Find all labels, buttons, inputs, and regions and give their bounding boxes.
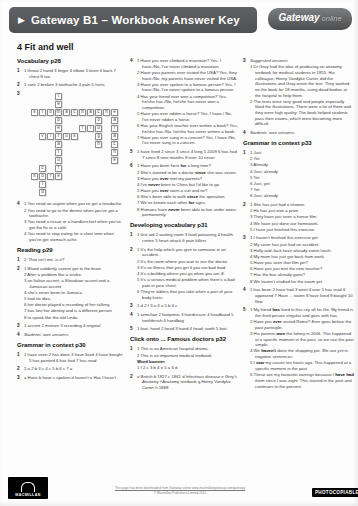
answer-line: 1 I haven't finished this exercise yet. bbox=[250, 235, 354, 241]
answer-line: 6 They're tablets that you take when a p… bbox=[137, 289, 238, 300]
exercise: 51 foot, hand 2 head 3 hand 4 head, toot… bbox=[130, 326, 238, 332]
answer-line: 1 has been 2 have had 3 went 4 won 5 has… bbox=[250, 287, 354, 304]
section-heading: Grammar in context p30 bbox=[17, 342, 125, 350]
answer-line: 1 This is an American hospital drama. bbox=[137, 346, 238, 352]
crossword-cell: t bbox=[39, 109, 46, 116]
answer-line: 2 It's the room where you wait to see th… bbox=[137, 259, 238, 265]
answer-line: 1 armchair 2 footprints 3 hairdresser 4 … bbox=[137, 312, 238, 323]
answer-line: 2 'That isn't me, is it?' bbox=[24, 257, 125, 263]
exercise-number: 2 bbox=[243, 202, 250, 233]
answer-line: 1 Have you ever climbed a mountain? Yes,… bbox=[137, 58, 238, 69]
answer-line: 7 Yet bbox=[250, 187, 354, 193]
exercise-number: 3 bbox=[17, 323, 24, 329]
answer-line: 5 It's a serious medical problem when th… bbox=[137, 277, 238, 288]
macmillan-logo: MACMILLAN bbox=[8, 477, 48, 499]
answer-line: Suggested answers bbox=[250, 58, 354, 64]
answer-line: 2 Have you ever visited Rome? Ever goes … bbox=[250, 319, 354, 330]
answer-line: 1 accent 2 mixture 3 recording 4 origina… bbox=[24, 323, 125, 329]
answer-line: 4 It's a building where you go when you … bbox=[137, 271, 238, 277]
exercise: 12 'That isn't me, is it?' bbox=[17, 257, 125, 263]
answer-line: 1 She has just had a shower. bbox=[250, 202, 354, 208]
answer-line: 2 This is an important medical textbook. bbox=[137, 353, 238, 359]
crossword-cell: e bbox=[111, 157, 118, 164]
answer-line: a Have b have c spoken d haven't e Has f… bbox=[24, 375, 125, 381]
answer-line: a British b 1827 c 1861 d Infectious dis… bbox=[137, 374, 238, 391]
answer-line: 8 Humans have never been able to live un… bbox=[137, 207, 238, 218]
exercise: 2a British b 1827 c 1861 d Infectious di… bbox=[130, 374, 238, 392]
gateway-online-logo: Gateway online bbox=[268, 8, 352, 30]
crossword-cell: u bbox=[55, 157, 62, 164]
logo-online-text: online bbox=[322, 14, 342, 23]
answer-line: 2 My sister has just had an accident. bbox=[250, 242, 354, 248]
exercise: 31 I haven't finished this exercise yet.… bbox=[243, 235, 354, 284]
crossword-cell: a bbox=[63, 109, 70, 116]
exercise-number: 3 bbox=[17, 91, 24, 199]
answer-column-left: Vocabulary p2811 throat 2 hand 3 finger … bbox=[17, 58, 125, 384]
exercise: 11 first aid 2 waiting room 3 food poiso… bbox=[130, 232, 238, 244]
answer-line: 8 Just, already bbox=[250, 193, 354, 199]
header-arrow-icon: ▶ bbox=[18, 16, 25, 25]
exercise: 31 d 2 f 3 e 4 a 5 b 6 c bbox=[130, 303, 238, 309]
answer-line: 4 Has your friend ever won a competition… bbox=[137, 94, 238, 111]
footer-copyright-line: © Macmillan Publishers Limited 2011 bbox=[70, 491, 290, 496]
exercise-number: 1 bbox=[130, 232, 137, 244]
exercise-number: 3 bbox=[243, 58, 250, 128]
section-heading: Grammar in context p33 bbox=[243, 140, 354, 148]
answer-line: 1 My friend has lived in this city all h… bbox=[250, 307, 354, 318]
crossword-cell: g bbox=[95, 133, 102, 140]
answer-line: 3 They have just seen a horror film. bbox=[250, 214, 354, 220]
answer-line: 1 have lived 2 since 3 since 4 long 5 20… bbox=[137, 149, 238, 160]
answer-line: 6 her doctor played a recording of her t… bbox=[24, 302, 125, 308]
answer-line: 4 We have just done our homework. bbox=[250, 221, 354, 227]
answer-line: 3 Have you ever met my parents? bbox=[137, 176, 238, 182]
exercise-number: 2 bbox=[130, 247, 137, 301]
answer-line: 5 Have you ever ridden a horse? Yes, I h… bbox=[137, 111, 238, 122]
exercise-number: 2 bbox=[17, 82, 24, 88]
answer-line: 3 His parents won the lottery in 2006. T… bbox=[250, 331, 354, 348]
exercise: 51 have lived 2 since 3 since 4 long 5 2… bbox=[130, 149, 238, 161]
crossword-cell: h bbox=[79, 109, 86, 116]
answer-line: 4 I've never been to China but I'd like … bbox=[137, 182, 238, 188]
exercise-number: 1 bbox=[243, 150, 250, 199]
answer-line: 2 You need to go to the dentist when you… bbox=[24, 208, 125, 219]
exercise-number: 3 bbox=[17, 375, 24, 381]
answer-line: 2 The texts were very good and people es… bbox=[250, 99, 354, 127]
exercise: 41 Have you ever climbed a mountain? Yes… bbox=[130, 58, 238, 147]
crossword-cell: s bbox=[31, 109, 38, 116]
exercise: 41 armchair 2 footprints 3 hairdresser 4… bbox=[130, 312, 238, 324]
crossword-cell: l bbox=[39, 181, 46, 188]
answer-line: 3 You need a tissue or a handkerchief wh… bbox=[24, 219, 125, 230]
answer-line: 7 has lost her identity and is a differe… bbox=[24, 308, 125, 314]
answer-line: 7 Has the bus already gone? bbox=[250, 272, 354, 278]
answer-line: 2 After a problem like a stroke. bbox=[24, 272, 125, 278]
answer-line: 2 She's wanted to be a doctor since she … bbox=[137, 170, 238, 176]
answer-column-middle: 41 Have you ever climbed a mountain? Yes… bbox=[130, 58, 238, 394]
crossword-cell: l bbox=[87, 125, 94, 132]
exercise-number: 2 bbox=[17, 266, 24, 321]
crossword-cell: o bbox=[39, 173, 46, 180]
answer-line: 6 These are my favourite earrings becaus… bbox=[250, 372, 354, 389]
crossword-cell: t bbox=[55, 93, 62, 100]
exercise-number: 6 bbox=[130, 163, 137, 218]
answer-line: 3 an Italian accent, a Slovakian accent … bbox=[24, 278, 125, 289]
crossword-cell: c bbox=[95, 109, 102, 116]
exercise: 3Suggested answers1 Dr Gray had the idea… bbox=[243, 58, 354, 128]
answer-line: 4 You need to stop eating for a short ti… bbox=[24, 231, 125, 242]
answer-line: 7 We've known each other for ages. bbox=[137, 200, 238, 206]
answer-line: Students' own answers. bbox=[24, 332, 125, 338]
exercise-number: 4 bbox=[243, 130, 250, 136]
answer-line: 1 f 2 c 3 b 4 e 5 a 6 d bbox=[137, 365, 238, 371]
crossword-cell: v bbox=[39, 133, 46, 140]
answer-line: 1 first aid 2 waiting room 3 food poison… bbox=[137, 232, 238, 243]
logo-gateway-text: Gateway bbox=[278, 12, 319, 23]
crossword-cell: r bbox=[111, 125, 118, 132]
crossword-cell: u bbox=[95, 125, 102, 132]
answer-line: 5 Have you seen that film yet? bbox=[250, 260, 354, 266]
section-heading: Click onto ... Famous doctors p32 bbox=[130, 336, 238, 344]
macmillan-logo-ornament-icon bbox=[21, 482, 35, 492]
answer-line: Word booster bbox=[137, 359, 238, 365]
exercise: 11 This is an American hospital drama.2 … bbox=[130, 346, 238, 371]
footer-text: This page has been downloaded from Gatew… bbox=[70, 486, 290, 496]
exercise-number: 5 bbox=[130, 149, 137, 161]
crossword-cell: h bbox=[111, 149, 118, 156]
answer-line: 7 Have you ever sung in a concert? Yes, … bbox=[137, 135, 238, 146]
answer-line: 1 foot, hand 2 head 3 hand 4 head, tooth… bbox=[137, 326, 238, 332]
exercise-number: 5 bbox=[130, 326, 137, 332]
crossword-cell: i bbox=[47, 133, 54, 140]
answer-line: 8 to speak like the old Linda bbox=[24, 315, 125, 321]
exercise-number: 1 bbox=[17, 68, 24, 80]
answer-line: 3 Holly and Jack have already eaten lunc… bbox=[250, 248, 354, 254]
answer-line: 1 You need an aspirin when you've got a … bbox=[24, 201, 125, 207]
crossword-cell: e bbox=[111, 109, 118, 116]
exercise: 4Students' own answers. bbox=[243, 130, 354, 136]
crossword-cell: u bbox=[63, 133, 70, 140]
answer-line: 1 Just bbox=[250, 150, 354, 156]
crossword-cell: f bbox=[79, 125, 86, 132]
exercise: 31 accent 2 mixture 3 recording 4 origin… bbox=[17, 323, 125, 329]
answer-line: 1 It's the help which you give to someon… bbox=[137, 247, 238, 258]
crossword-cell: p bbox=[55, 117, 62, 124]
crossword-cell: r bbox=[55, 133, 62, 140]
crossword-cell: h bbox=[95, 141, 102, 148]
exercise: 4Students' own answers. bbox=[17, 332, 125, 338]
exercise-number: 4 bbox=[243, 287, 250, 305]
answer-line: 2 He has just won a prize. bbox=[250, 208, 354, 214]
exercise-number: 5 bbox=[243, 307, 250, 389]
exercise: 21 a 2 b 3 c 4 c 5 b 6 c 7 a bbox=[17, 366, 125, 372]
header-bar: ▶ Gateway B1 – Workbook Answer Key bbox=[9, 7, 257, 33]
crossword-cell: c bbox=[111, 141, 118, 148]
crossword-cell: r bbox=[55, 165, 62, 172]
answer-line: 1 d 2 f 3 e 4 a 5 b 6 c bbox=[137, 303, 238, 309]
answer-line: 4 Just, already bbox=[250, 169, 354, 175]
crossword-cell: e bbox=[55, 173, 62, 180]
exercise: 3testomachachepoaeflurvirusgaahcthuecrso… bbox=[17, 91, 125, 199]
exercise-number: 1 bbox=[17, 257, 24, 263]
exercise-number: 3 bbox=[243, 235, 250, 284]
exercise: 61 Have you been here for a long time?2 … bbox=[130, 163, 238, 218]
answer-line: 6 Just, yet. bbox=[250, 181, 354, 187]
section-heading: Reading p29 bbox=[17, 247, 125, 255]
exercise: 11 have seen 2 has done 3 have lived 4 h… bbox=[17, 352, 125, 364]
answer-line: 4 We haven't done the shopping yet. We u… bbox=[250, 348, 354, 359]
answer-line: 4 she's never been to Jamaica bbox=[24, 290, 125, 296]
crossword-cell: s bbox=[71, 133, 78, 140]
answer-line: 1 sore 2 broken 3 toothache 4 pain 5 hur… bbox=[24, 82, 125, 88]
answer-line: 6 She's been able to walk since the oper… bbox=[137, 194, 238, 200]
exercise: 21 sore 2 broken 3 toothache 4 pain 5 hu… bbox=[17, 82, 125, 88]
answer-line: 6 Has your English teacher ever written … bbox=[137, 123, 238, 134]
exercise-number: 1 bbox=[130, 346, 137, 371]
crossword-cell: c bbox=[39, 165, 46, 172]
answer-line: 5 I have just finished this exercise. bbox=[250, 227, 354, 233]
crossword-cell: h bbox=[103, 109, 110, 116]
answer-line: 4 My mum has just got back from work. bbox=[250, 254, 354, 260]
exercise-number: 2 bbox=[17, 366, 24, 372]
exercise: 21 It's the help which you give to someo… bbox=[130, 247, 238, 301]
photocopiable-badge: PHOTOCOPIABLE bbox=[312, 488, 358, 497]
exercise: 21 She has just had a shower.2 He has ju… bbox=[243, 202, 354, 233]
exercise-number: 4 bbox=[130, 312, 137, 324]
answer-line: 3 Already bbox=[250, 162, 354, 168]
crossword-cell: d bbox=[39, 189, 46, 196]
macmillan-logo-text: MACMILLAN bbox=[15, 493, 40, 497]
answer-line: 1 Have you been here for a long time? bbox=[137, 163, 238, 169]
page-title: 4 Fit and well bbox=[17, 42, 74, 52]
exercise-number: 4 bbox=[130, 58, 137, 147]
answer-line: 1 have seen 2 has done 3 have lived 4 ha… bbox=[24, 352, 125, 363]
header-title: Gateway B1 – Workbook Answer Key bbox=[31, 14, 240, 26]
crossword-cell: e bbox=[55, 125, 62, 132]
exercise: 21 Blood suddenly cannot get to the brai… bbox=[17, 266, 125, 321]
crossword-cell: a bbox=[55, 141, 62, 148]
answer-line: 6 Have you just met the new teacher? bbox=[250, 266, 354, 272]
answer-line: 2 Yet bbox=[250, 156, 354, 162]
section-heading: Vocabulary p28 bbox=[17, 58, 125, 66]
answer-line: 2 Have your parents ever visited the USA… bbox=[137, 70, 238, 81]
answer-line: 3 Have you ever spoken to a famous perso… bbox=[137, 82, 238, 93]
answer-line: 8 We haven't studied for the exam yet. bbox=[250, 279, 354, 285]
crossword-cell: m bbox=[55, 109, 62, 116]
crossword-cell: o bbox=[95, 117, 102, 124]
crossword-cell: r bbox=[47, 173, 54, 180]
exercise: 11 Just2 Yet3 Already4 Just, already5 Ye… bbox=[243, 150, 354, 199]
exercise-number: 4 bbox=[17, 332, 24, 338]
answer-line: 1 Dr Gray had the idea of producing an a… bbox=[250, 64, 354, 98]
exercise: 41 has been 2 have had 3 went 4 won 5 ha… bbox=[243, 287, 354, 305]
crossword-cell: o bbox=[47, 109, 54, 116]
answer-line: 1 a 2 b 3 c 4 c 5 b 6 c 7 a bbox=[24, 366, 125, 372]
answer-line: 5 I saw my cousin ten hours ago. This ha… bbox=[250, 360, 354, 371]
crossword-cell: c bbox=[71, 109, 78, 116]
crossword-cell: t bbox=[55, 149, 62, 156]
exercise-number: 1 bbox=[17, 352, 24, 364]
crossword-cell: s bbox=[31, 173, 38, 180]
answer-line: 1 Blood suddenly cannot get to the brain bbox=[24, 266, 125, 272]
crossword-cell: e bbox=[55, 101, 62, 108]
exercise-number: 2 bbox=[130, 374, 137, 392]
exercise-number: 4 bbox=[17, 201, 24, 243]
section-heading: Developing vocabulary p31 bbox=[130, 222, 238, 230]
answer-line: 5 had no idea bbox=[24, 296, 125, 302]
answer-column-right: 3Suggested answers1 Dr Gray had the idea… bbox=[243, 58, 354, 392]
answer-line: Students' own answers. bbox=[250, 130, 354, 136]
exercise: 41 You need an aspirin when you've got a… bbox=[17, 201, 125, 243]
answer-line: 3 It's an illness that you get if you ea… bbox=[137, 265, 238, 271]
crossword-cell: a bbox=[111, 133, 118, 140]
answer-line: 5 Yet bbox=[250, 175, 354, 181]
crossword-grid: testomachachepoaeflurvirusgaahcthuecrsor… bbox=[31, 93, 125, 196]
crossword-cell: a bbox=[87, 109, 94, 116]
answer-line: 5 Have you ever worn a suit and tie? bbox=[137, 188, 238, 194]
exercise: 11 throat 2 hand 3 finger 4 elbow 5 knee… bbox=[17, 68, 125, 80]
exercise-number: 3 bbox=[130, 303, 137, 309]
exercise: 51 My friend has lived in this city all … bbox=[243, 307, 354, 389]
crossword-cell: a bbox=[111, 117, 118, 124]
exercise: 3a Have b have c spoken d haven't e Has … bbox=[17, 375, 125, 381]
answer-line: 1 throat 2 hand 3 finger 4 elbow 5 knee … bbox=[24, 68, 125, 79]
